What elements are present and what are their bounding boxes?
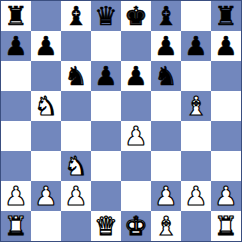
white-knight: ♞ (34, 91, 57, 121)
square-a4[interactable] (1, 121, 31, 151)
square-a5[interactable] (1, 91, 31, 121)
white-king: ♚ (124, 211, 147, 241)
white-pawn: ♟ (64, 181, 87, 211)
square-c8[interactable]: ♝ (61, 1, 91, 31)
chess-board-container: ♜♝♛♚♝♜♟♟♟♟♟♞♟♟♞♞♝♟♞♟♟♟♟♟♟♜♛♚♝♜ (0, 0, 242, 242)
black-bishop: ♝ (154, 1, 177, 31)
black-knight: ♞ (64, 61, 87, 91)
square-f8[interactable]: ♝ (151, 1, 181, 31)
black-knight: ♞ (154, 61, 177, 91)
black-pawn: ♟ (94, 61, 117, 91)
square-h7[interactable]: ♟ (211, 31, 241, 61)
square-h6[interactable] (211, 61, 241, 91)
black-pawn: ♟ (34, 31, 57, 61)
square-f2[interactable]: ♟ (151, 181, 181, 211)
square-d8[interactable]: ♛ (91, 1, 121, 31)
square-f5[interactable] (151, 91, 181, 121)
white-pawn: ♟ (4, 181, 27, 211)
square-e6[interactable]: ♟ (121, 61, 151, 91)
black-rook: ♜ (4, 1, 27, 31)
black-king: ♚ (124, 1, 147, 31)
square-e4[interactable]: ♟ (121, 121, 151, 151)
square-g1[interactable] (181, 211, 211, 241)
square-b8[interactable] (31, 1, 61, 31)
square-b5[interactable]: ♞ (31, 91, 61, 121)
square-a2[interactable]: ♟ (1, 181, 31, 211)
white-pawn: ♟ (124, 121, 147, 151)
square-b7[interactable]: ♟ (31, 31, 61, 61)
square-g5[interactable]: ♝ (181, 91, 211, 121)
square-a7[interactable]: ♟ (1, 31, 31, 61)
square-b6[interactable] (31, 61, 61, 91)
square-h8[interactable]: ♜ (211, 1, 241, 31)
square-e8[interactable]: ♚ (121, 1, 151, 31)
square-g8[interactable] (181, 1, 211, 31)
square-h4[interactable] (211, 121, 241, 151)
white-bishop: ♝ (154, 211, 177, 241)
square-b1[interactable] (31, 211, 61, 241)
square-f7[interactable]: ♟ (151, 31, 181, 61)
white-rook: ♜ (4, 211, 27, 241)
square-c2[interactable]: ♟ (61, 181, 91, 211)
white-pawn: ♟ (214, 181, 237, 211)
square-c6[interactable]: ♞ (61, 61, 91, 91)
square-h1[interactable]: ♜ (211, 211, 241, 241)
black-rook: ♜ (214, 1, 237, 31)
square-b4[interactable] (31, 121, 61, 151)
square-g3[interactable] (181, 151, 211, 181)
square-e7[interactable] (121, 31, 151, 61)
square-a8[interactable]: ♜ (1, 1, 31, 31)
white-bishop: ♝ (184, 91, 207, 121)
square-e5[interactable] (121, 91, 151, 121)
square-a1[interactable]: ♜ (1, 211, 31, 241)
square-f3[interactable] (151, 151, 181, 181)
square-c7[interactable] (61, 31, 91, 61)
white-rook: ♜ (214, 211, 237, 241)
square-c4[interactable] (61, 121, 91, 151)
square-b2[interactable]: ♟ (31, 181, 61, 211)
square-c1[interactable] (61, 211, 91, 241)
square-b3[interactable] (31, 151, 61, 181)
square-a6[interactable] (1, 61, 31, 91)
square-g6[interactable] (181, 61, 211, 91)
square-g2[interactable]: ♟ (181, 181, 211, 211)
square-h3[interactable] (211, 151, 241, 181)
black-queen: ♛ (94, 1, 117, 31)
square-d7[interactable] (91, 31, 121, 61)
square-f1[interactable]: ♝ (151, 211, 181, 241)
square-e2[interactable] (121, 181, 151, 211)
chess-board: ♜♝♛♚♝♜♟♟♟♟♟♞♟♟♞♞♝♟♞♟♟♟♟♟♟♜♛♚♝♜ (0, 0, 242, 242)
black-pawn: ♟ (184, 31, 207, 61)
square-d6[interactable]: ♟ (91, 61, 121, 91)
square-d1[interactable]: ♛ (91, 211, 121, 241)
square-a3[interactable] (1, 151, 31, 181)
square-h2[interactable]: ♟ (211, 181, 241, 211)
square-h5[interactable] (211, 91, 241, 121)
black-pawn: ♟ (124, 61, 147, 91)
black-pawn: ♟ (154, 31, 177, 61)
square-c5[interactable] (61, 91, 91, 121)
white-pawn: ♟ (154, 181, 177, 211)
square-c3[interactable]: ♞ (61, 151, 91, 181)
square-e1[interactable]: ♚ (121, 211, 151, 241)
white-queen: ♛ (94, 211, 117, 241)
square-d3[interactable] (91, 151, 121, 181)
white-pawn: ♟ (34, 181, 57, 211)
square-g4[interactable] (181, 121, 211, 151)
white-pawn: ♟ (184, 181, 207, 211)
black-pawn: ♟ (214, 31, 237, 61)
black-bishop: ♝ (64, 1, 87, 31)
square-d5[interactable] (91, 91, 121, 121)
square-g7[interactable]: ♟ (181, 31, 211, 61)
white-knight: ♞ (64, 151, 87, 181)
square-f6[interactable]: ♞ (151, 61, 181, 91)
square-f4[interactable] (151, 121, 181, 151)
black-pawn: ♟ (4, 31, 27, 61)
square-d4[interactable] (91, 121, 121, 151)
square-e3[interactable] (121, 151, 151, 181)
square-d2[interactable] (91, 181, 121, 211)
